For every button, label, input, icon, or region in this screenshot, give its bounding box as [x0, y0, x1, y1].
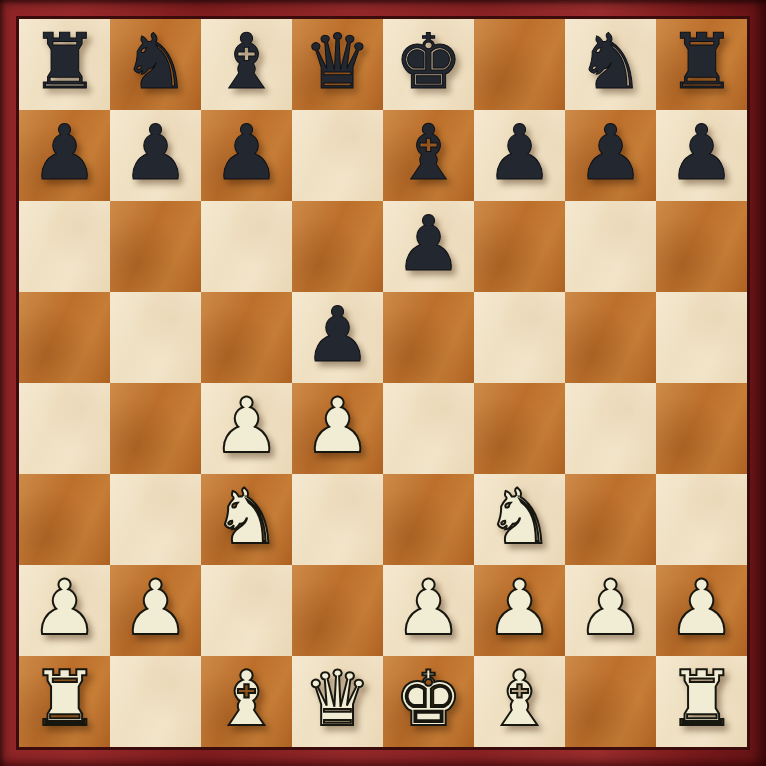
square-h1[interactable]: ♜ [656, 656, 747, 747]
square-f6[interactable] [474, 201, 565, 292]
chess-board: ♜♞♝♛♚♞♜♟♟♟♝♟♟♟♟♟♟♟♞♞♟♟♟♟♟♟♜♝♛♚♝♜ [16, 16, 750, 750]
piece-black-king-e8[interactable]: ♚ [394, 16, 462, 107]
piece-black-pawn-c7[interactable]: ♟ [212, 107, 280, 198]
piece-white-pawn-a2[interactable]: ♟ [30, 562, 98, 653]
square-a4[interactable] [19, 383, 110, 474]
square-a1[interactable]: ♜ [19, 656, 110, 747]
piece-white-pawn-c4[interactable]: ♟ [212, 380, 280, 471]
square-g8[interactable]: ♞ [565, 19, 656, 110]
piece-black-bishop-c8[interactable]: ♝ [212, 16, 280, 107]
square-h3[interactable] [656, 474, 747, 565]
piece-white-rook-a1[interactable]: ♜ [30, 653, 98, 744]
square-f7[interactable]: ♟ [474, 110, 565, 201]
piece-white-queen-d1[interactable]: ♛ [303, 653, 371, 744]
square-a8[interactable]: ♜ [19, 19, 110, 110]
square-f1[interactable]: ♝ [474, 656, 565, 747]
piece-black-queen-d8[interactable]: ♛ [303, 16, 371, 107]
square-b2[interactable]: ♟ [110, 565, 201, 656]
square-f3[interactable]: ♞ [474, 474, 565, 565]
piece-black-pawn-h7[interactable]: ♟ [667, 107, 735, 198]
square-c8[interactable]: ♝ [201, 19, 292, 110]
square-c2[interactable] [201, 565, 292, 656]
piece-black-rook-h8[interactable]: ♜ [667, 16, 735, 107]
square-e1[interactable]: ♚ [383, 656, 474, 747]
square-g5[interactable] [565, 292, 656, 383]
square-a5[interactable] [19, 292, 110, 383]
square-g7[interactable]: ♟ [565, 110, 656, 201]
square-h7[interactable]: ♟ [656, 110, 747, 201]
square-b1[interactable] [110, 656, 201, 747]
square-g6[interactable] [565, 201, 656, 292]
piece-black-pawn-d5[interactable]: ♟ [303, 289, 371, 380]
square-a7[interactable]: ♟ [19, 110, 110, 201]
square-d3[interactable] [292, 474, 383, 565]
square-b5[interactable] [110, 292, 201, 383]
square-b3[interactable] [110, 474, 201, 565]
square-c1[interactable]: ♝ [201, 656, 292, 747]
square-d7[interactable] [292, 110, 383, 201]
square-c3[interactable]: ♞ [201, 474, 292, 565]
square-g3[interactable] [565, 474, 656, 565]
square-g2[interactable]: ♟ [565, 565, 656, 656]
piece-white-rook-h1[interactable]: ♜ [667, 653, 735, 744]
piece-white-bishop-f1[interactable]: ♝ [485, 653, 553, 744]
square-e3[interactable] [383, 474, 474, 565]
square-e6[interactable]: ♟ [383, 201, 474, 292]
square-g4[interactable] [565, 383, 656, 474]
square-e4[interactable] [383, 383, 474, 474]
square-d5[interactable]: ♟ [292, 292, 383, 383]
square-e8[interactable]: ♚ [383, 19, 474, 110]
square-b6[interactable] [110, 201, 201, 292]
piece-black-rook-a8[interactable]: ♜ [30, 16, 98, 107]
square-h6[interactable] [656, 201, 747, 292]
piece-black-pawn-a7[interactable]: ♟ [30, 107, 98, 198]
square-d1[interactable]: ♛ [292, 656, 383, 747]
square-c7[interactable]: ♟ [201, 110, 292, 201]
square-c5[interactable] [201, 292, 292, 383]
square-d2[interactable] [292, 565, 383, 656]
piece-white-pawn-b2[interactable]: ♟ [121, 562, 189, 653]
piece-black-pawn-g7[interactable]: ♟ [576, 107, 644, 198]
square-f2[interactable]: ♟ [474, 565, 565, 656]
piece-black-pawn-e6[interactable]: ♟ [394, 198, 462, 289]
square-h2[interactable]: ♟ [656, 565, 747, 656]
square-e7[interactable]: ♝ [383, 110, 474, 201]
square-e2[interactable]: ♟ [383, 565, 474, 656]
piece-white-pawn-f2[interactable]: ♟ [485, 562, 553, 653]
square-h8[interactable]: ♜ [656, 19, 747, 110]
square-e5[interactable] [383, 292, 474, 383]
square-d6[interactable] [292, 201, 383, 292]
piece-white-king-e1[interactable]: ♚ [394, 653, 462, 744]
square-f5[interactable] [474, 292, 565, 383]
square-g1[interactable] [565, 656, 656, 747]
piece-white-pawn-d4[interactable]: ♟ [303, 380, 371, 471]
square-a6[interactable] [19, 201, 110, 292]
square-b4[interactable] [110, 383, 201, 474]
square-d8[interactable]: ♛ [292, 19, 383, 110]
piece-black-knight-b8[interactable]: ♞ [121, 16, 189, 107]
square-c6[interactable] [201, 201, 292, 292]
square-d4[interactable]: ♟ [292, 383, 383, 474]
square-b7[interactable]: ♟ [110, 110, 201, 201]
square-a2[interactable]: ♟ [19, 565, 110, 656]
piece-white-pawn-e2[interactable]: ♟ [394, 562, 462, 653]
square-f4[interactable] [474, 383, 565, 474]
chess-board-frame: ♜♞♝♛♚♞♜♟♟♟♝♟♟♟♟♟♟♟♞♞♟♟♟♟♟♟♜♝♛♚♝♜ [0, 0, 766, 766]
square-c4[interactable]: ♟ [201, 383, 292, 474]
square-a3[interactable] [19, 474, 110, 565]
piece-black-knight-g8[interactable]: ♞ [576, 16, 644, 107]
piece-black-pawn-f7[interactable]: ♟ [485, 107, 553, 198]
square-h5[interactable] [656, 292, 747, 383]
piece-white-bishop-c1[interactable]: ♝ [212, 653, 280, 744]
piece-white-pawn-g2[interactable]: ♟ [576, 562, 644, 653]
piece-black-bishop-e7[interactable]: ♝ [394, 107, 462, 198]
piece-white-knight-f3[interactable]: ♞ [485, 471, 553, 562]
piece-black-pawn-b7[interactable]: ♟ [121, 107, 189, 198]
piece-white-pawn-h2[interactable]: ♟ [667, 562, 735, 653]
square-h4[interactable] [656, 383, 747, 474]
square-f8[interactable] [474, 19, 565, 110]
piece-white-knight-c3[interactable]: ♞ [212, 471, 280, 562]
square-b8[interactable]: ♞ [110, 19, 201, 110]
